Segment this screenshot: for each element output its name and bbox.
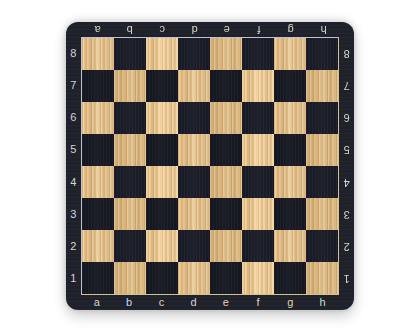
page-background: abcdefgh 87654321 87654321 abcdefgh [0,0,420,336]
square-h8[interactable] [306,38,338,70]
file-label-bottom-f: f [257,297,261,308]
square-g6[interactable] [274,102,306,134]
square-d3[interactable] [178,198,210,230]
rank-label-left-6: 6 [70,112,77,123]
square-e4[interactable] [210,166,242,198]
square-e1[interactable] [210,262,242,294]
file-label-top-d: d [191,24,198,35]
square-h3[interactable] [306,198,338,230]
square-d5[interactable] [178,134,210,166]
square-h5[interactable] [306,134,338,166]
file-label-bottom-c: c [159,297,165,308]
square-d6[interactable] [178,102,210,134]
square-a8[interactable] [82,38,114,70]
square-b2[interactable] [114,230,146,262]
square-f4[interactable] [242,166,274,198]
square-e2[interactable] [210,230,242,262]
square-b1[interactable] [114,262,146,294]
square-h4[interactable] [306,166,338,198]
square-c3[interactable] [146,198,178,230]
rank-label-right-1: 1 [343,273,350,284]
square-h6[interactable] [306,102,338,134]
square-h1[interactable] [306,262,338,294]
rank-label-right-7: 7 [343,80,350,91]
square-b6[interactable] [114,102,146,134]
file-label-top-b: b [126,24,133,35]
square-d8[interactable] [178,38,210,70]
square-h2[interactable] [306,230,338,262]
square-a6[interactable] [82,102,114,134]
square-b4[interactable] [114,166,146,198]
rank-label-left-2: 2 [70,241,77,252]
square-g2[interactable] [274,230,306,262]
file-labels-top: abcdefgh [81,22,339,37]
rank-label-left-1: 1 [70,273,77,284]
file-label-bottom-h: h [320,297,327,308]
square-b7[interactable] [114,70,146,102]
square-g1[interactable] [274,262,306,294]
file-label-top-g: g [287,24,294,35]
square-c6[interactable] [146,102,178,134]
square-d1[interactable] [178,262,210,294]
square-e7[interactable] [210,70,242,102]
square-f8[interactable] [242,38,274,70]
square-a3[interactable] [82,198,114,230]
square-d4[interactable] [178,166,210,198]
playing-area [81,37,339,295]
square-f3[interactable] [242,198,274,230]
rank-label-right-8: 8 [343,48,350,59]
square-c5[interactable] [146,134,178,166]
square-a2[interactable] [82,230,114,262]
file-label-bottom-b: b [126,297,133,308]
rank-label-left-7: 7 [70,80,77,91]
square-g7[interactable] [274,70,306,102]
square-a1[interactable] [82,262,114,294]
file-label-bottom-d: d [191,297,198,308]
rank-label-left-3: 3 [70,209,77,220]
square-f7[interactable] [242,70,274,102]
file-label-top-c: c [159,24,165,35]
square-g4[interactable] [274,166,306,198]
square-a4[interactable] [82,166,114,198]
file-labels-bottom: abcdefgh [81,295,339,310]
square-h7[interactable] [306,70,338,102]
rank-label-right-2: 2 [343,241,350,252]
square-e5[interactable] [210,134,242,166]
square-b8[interactable] [114,38,146,70]
square-c1[interactable] [146,262,178,294]
file-label-top-a: a [94,24,101,35]
chessboard: abcdefgh 87654321 87654321 abcdefgh [66,22,354,310]
file-label-top-e: e [223,24,230,35]
square-g3[interactable] [274,198,306,230]
square-g8[interactable] [274,38,306,70]
rank-label-right-6: 6 [343,112,350,123]
square-b3[interactable] [114,198,146,230]
square-f2[interactable] [242,230,274,262]
square-c7[interactable] [146,70,178,102]
square-a7[interactable] [82,70,114,102]
rank-label-right-5: 5 [343,144,350,155]
rank-labels-right: 87654321 [339,37,354,295]
rank-label-left-8: 8 [70,48,77,59]
file-label-top-f: f [257,24,261,35]
square-f6[interactable] [242,102,274,134]
square-f5[interactable] [242,134,274,166]
rank-label-left-4: 4 [70,177,77,188]
square-c8[interactable] [146,38,178,70]
square-c2[interactable] [146,230,178,262]
square-c4[interactable] [146,166,178,198]
file-label-bottom-g: g [287,297,294,308]
square-f1[interactable] [242,262,274,294]
square-e8[interactable] [210,38,242,70]
square-e3[interactable] [210,198,242,230]
file-label-top-h: h [320,24,327,35]
rank-label-left-5: 5 [70,144,77,155]
file-label-bottom-a: a [94,297,101,308]
square-b5[interactable] [114,134,146,166]
rank-label-right-3: 3 [343,209,350,220]
square-d2[interactable] [178,230,210,262]
rank-label-right-4: 4 [343,177,350,188]
square-d7[interactable] [178,70,210,102]
square-a5[interactable] [82,134,114,166]
square-e6[interactable] [210,102,242,134]
rank-labels-left: 87654321 [66,37,81,295]
file-label-bottom-e: e [223,297,230,308]
square-g5[interactable] [274,134,306,166]
